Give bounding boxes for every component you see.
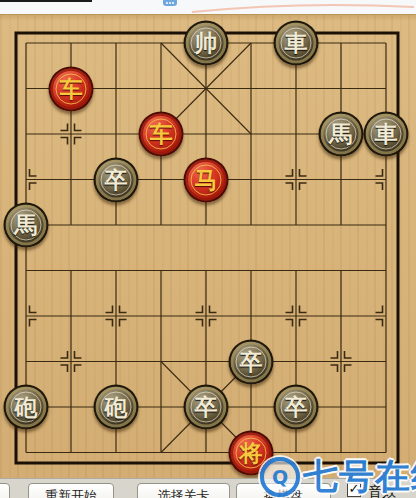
piece-black-horse-1[interactable]: 馬 — [319, 112, 364, 157]
app-window: 帅車车车馬車卒马馬卒砲砲卒卒将 Q 七号在线 重新开始 选择关卡 换棋盘 ✓ 音… — [0, 0, 416, 498]
piece-black-cannon-1[interactable]: 砲 — [4, 385, 49, 430]
piece-glyph: 車 — [285, 32, 308, 55]
piece-glyph: 卒 — [195, 396, 218, 419]
piece-glyph: 馬 — [15, 214, 38, 237]
piece-red-chariot-1[interactable]: 车 — [49, 66, 94, 111]
piece-black-soldier-1[interactable]: 卒 — [94, 157, 139, 202]
restart-button[interactable]: 重新开始 — [28, 483, 114, 498]
piece-red-chariot-2[interactable]: 车 — [139, 112, 184, 157]
piece-glyph: 砲 — [15, 396, 38, 419]
site-watermark: Q 七号在线 — [260, 453, 416, 498]
piece-glyph: 卒 — [240, 350, 263, 373]
piece-glyph: 车 — [150, 123, 173, 146]
menu-dots-icon[interactable] — [163, 0, 177, 6]
partial-left-button[interactable] — [0, 483, 10, 498]
piece-black-horse-2[interactable]: 馬 — [4, 203, 49, 248]
browser-strip — [0, 0, 416, 14]
watermark-text: 七号在线 — [303, 453, 416, 498]
piece-glyph: 卒 — [105, 168, 128, 191]
decorative-swoosh — [190, 0, 416, 14]
piece-black-soldier-4[interactable]: 卒 — [274, 385, 319, 430]
piece-glyph: 卒 — [285, 396, 308, 419]
piece-black-soldier-3[interactable]: 卒 — [184, 385, 229, 430]
piece-black-cannon-2[interactable]: 砲 — [94, 385, 139, 430]
piece-black-general[interactable]: 帅 — [184, 21, 229, 66]
piece-glyph: 帅 — [195, 32, 218, 55]
top-black-bar — [0, 0, 92, 2]
watermark-logo-icon: Q — [260, 457, 300, 497]
piece-glyph: 车 — [60, 77, 83, 100]
xiangqi-board-surface[interactable]: 帅車车车馬車卒马馬卒砲砲卒卒将 Q 七号在线 — [0, 14, 416, 479]
select-level-button[interactable]: 选择关卡 — [137, 483, 230, 498]
piece-glyph: 車 — [375, 123, 398, 146]
piece-glyph: 馬 — [330, 123, 353, 146]
piece-glyph: 砲 — [105, 396, 128, 419]
piece-glyph: 马 — [195, 168, 218, 191]
piece-black-soldier-2[interactable]: 卒 — [229, 339, 274, 384]
piece-black-chariot-1[interactable]: 車 — [274, 21, 319, 66]
piece-red-horse-1[interactable]: 马 — [184, 157, 229, 202]
piece-black-chariot-2[interactable]: 車 — [364, 112, 409, 157]
